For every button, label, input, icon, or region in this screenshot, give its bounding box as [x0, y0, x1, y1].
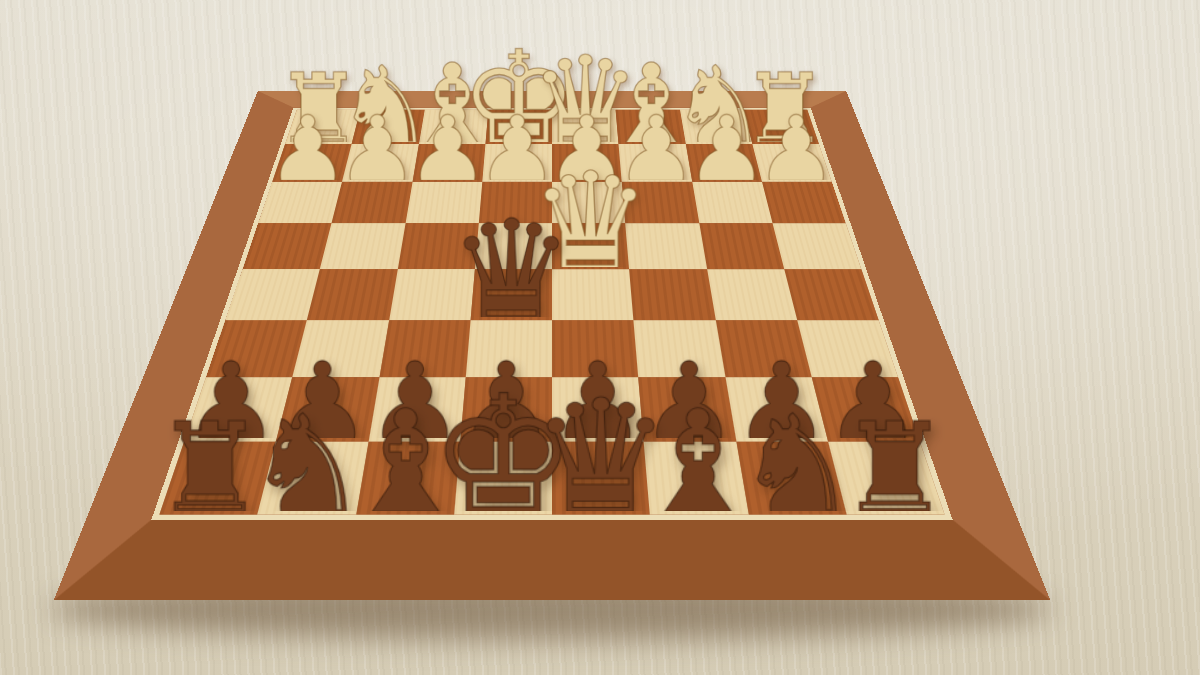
square-g3[interactable]	[332, 182, 412, 224]
square-h3[interactable]	[258, 182, 342, 224]
square-g5[interactable]	[307, 269, 397, 320]
board-inlay-line: ♜♞♝♚♛♝♞♜♟♟♟♟♟♟♟♟♛♛♟♟♟♟♟♟♟♟♜♞♝♚♛♝♞♜	[151, 108, 952, 520]
square-b2[interactable]: ♟	[685, 144, 761, 182]
black-queen-e5[interactable]: ♛	[449, 178, 574, 317]
square-e5[interactable]: ♛	[470, 269, 552, 320]
square-a8[interactable]: ♜	[828, 442, 945, 515]
photo-scene: ♜♞♝♚♛♝♞♜♟♟♟♟♟♟♟♟♛♛♟♟♟♟♟♟♟♟♜♞♝♚♛♝♞♜	[0, 0, 1200, 675]
square-a2[interactable]: ♟	[752, 144, 832, 182]
square-a3[interactable]	[762, 182, 846, 224]
square-h5[interactable]	[225, 269, 320, 320]
black-rook-a8[interactable]: ♜	[838, 386, 950, 511]
board-front-edge	[156, 520, 947, 546]
square-a4[interactable]	[772, 223, 861, 269]
square-c8[interactable]: ♝	[644, 442, 748, 515]
black-queen-icon: ♛	[449, 202, 574, 341]
white-pawn-icon: ♟	[755, 104, 837, 195]
square-h4[interactable]	[243, 223, 332, 269]
square-c5[interactable]	[629, 269, 715, 320]
black-rook-icon: ♜	[838, 407, 950, 532]
squares-grid: ♜♞♝♚♛♝♞♜♟♟♟♟♟♟♟♟♛♛♟♟♟♟♟♟♟♟♜♞♝♚♛♝♞♜	[159, 110, 944, 515]
white-pawn-a2[interactable]: ♟	[755, 89, 837, 180]
chess-board: ♜♞♝♚♛♝♞♜♟♟♟♟♟♟♟♟♛♛♟♟♟♟♟♟♟♟♜♞♝♚♛♝♞♜	[54, 91, 1051, 600]
square-b5[interactable]	[707, 269, 797, 320]
square-b8[interactable]: ♞	[736, 442, 847, 515]
square-b3[interactable]	[692, 182, 772, 224]
square-f2[interactable]: ♟	[412, 144, 485, 182]
square-a5[interactable]	[784, 269, 879, 320]
square-g4[interactable]	[320, 223, 405, 269]
square-b4[interactable]	[699, 223, 784, 269]
